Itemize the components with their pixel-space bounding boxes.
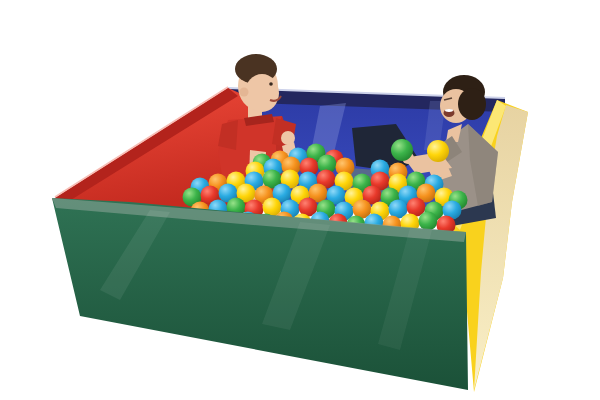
boy-left-eye	[269, 82, 273, 86]
boy-right-hair-back	[458, 88, 486, 120]
ball-pit-photo	[0, 0, 600, 400]
boy-left-ear	[240, 88, 249, 97]
ball-green	[419, 212, 438, 231]
boy-left-face	[245, 74, 279, 112]
boy-right-teeth	[445, 109, 453, 112]
scene-svg	[0, 0, 600, 400]
boy-left-fist	[281, 131, 295, 145]
held-ball-yellow	[427, 140, 449, 162]
front-wall-green	[52, 198, 468, 390]
held-ball-green	[391, 139, 413, 161]
